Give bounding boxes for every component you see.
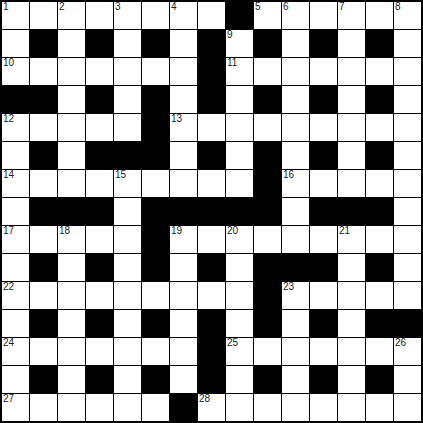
white-cell[interactable] <box>170 254 197 281</box>
clue-number: 12 <box>3 114 14 124</box>
white-cell[interactable]: 18 <box>58 226 85 253</box>
white-cell[interactable] <box>58 338 85 365</box>
clue-number: 22 <box>3 282 14 292</box>
white-cell[interactable] <box>366 226 393 253</box>
white-cell[interactable] <box>282 58 309 85</box>
black-cell <box>254 142 281 169</box>
clue-number: 1 <box>3 2 9 12</box>
white-cell[interactable] <box>338 114 365 141</box>
white-cell[interactable] <box>282 226 309 253</box>
black-cell <box>254 254 281 281</box>
white-cell[interactable] <box>198 2 225 29</box>
white-cell[interactable] <box>2 198 29 225</box>
white-cell[interactable] <box>142 58 169 85</box>
white-cell[interactable] <box>2 142 29 169</box>
black-cell <box>142 114 169 141</box>
white-cell[interactable] <box>198 114 225 141</box>
white-cell[interactable] <box>58 282 85 309</box>
white-cell[interactable]: 9 <box>226 30 253 57</box>
black-cell <box>282 254 309 281</box>
white-cell[interactable] <box>86 226 113 253</box>
black-cell <box>86 30 113 57</box>
black-cell <box>198 142 225 169</box>
clue-number: 28 <box>199 394 210 404</box>
black-cell <box>366 142 393 169</box>
black-cell <box>142 226 169 253</box>
white-cell[interactable]: 6 <box>282 2 309 29</box>
black-cell <box>142 198 169 225</box>
white-cell[interactable] <box>394 30 421 57</box>
black-cell <box>198 254 225 281</box>
white-cell[interactable] <box>170 86 197 113</box>
white-cell[interactable]: 7 <box>338 2 365 29</box>
black-cell <box>394 310 421 337</box>
black-cell <box>198 366 225 393</box>
white-cell[interactable] <box>338 282 365 309</box>
white-cell[interactable] <box>58 366 85 393</box>
white-cell[interactable] <box>142 170 169 197</box>
black-cell <box>170 198 197 225</box>
clue-number: 3 <box>115 2 121 12</box>
white-cell[interactable] <box>86 170 113 197</box>
black-cell <box>30 310 57 337</box>
white-cell[interactable] <box>114 30 141 57</box>
black-cell <box>198 86 225 113</box>
white-cell[interactable] <box>170 58 197 85</box>
clue-number: 7 <box>339 2 345 12</box>
white-cell[interactable]: 27 <box>2 394 29 421</box>
black-cell <box>226 2 253 29</box>
black-cell <box>30 30 57 57</box>
white-cell[interactable] <box>30 58 57 85</box>
white-cell[interactable] <box>30 226 57 253</box>
white-cell[interactable] <box>254 394 281 421</box>
black-cell <box>366 30 393 57</box>
black-cell <box>58 198 85 225</box>
white-cell[interactable] <box>282 338 309 365</box>
white-cell[interactable] <box>338 310 365 337</box>
white-cell[interactable] <box>86 394 113 421</box>
white-cell[interactable] <box>338 170 365 197</box>
white-cell[interactable] <box>86 2 113 29</box>
white-cell[interactable] <box>142 394 169 421</box>
black-cell <box>310 310 337 337</box>
white-cell[interactable]: 12 <box>2 114 29 141</box>
black-cell <box>142 366 169 393</box>
black-cell <box>366 198 393 225</box>
white-cell[interactable] <box>142 2 169 29</box>
black-cell <box>86 86 113 113</box>
white-cell[interactable] <box>198 226 225 253</box>
white-cell[interactable] <box>226 394 253 421</box>
white-cell[interactable] <box>30 2 57 29</box>
black-cell <box>366 254 393 281</box>
white-cell[interactable] <box>366 338 393 365</box>
black-cell <box>198 58 225 85</box>
white-cell[interactable] <box>114 114 141 141</box>
clue-number: 6 <box>283 2 289 12</box>
white-cell[interactable] <box>30 394 57 421</box>
clue-number: 10 <box>3 58 14 68</box>
black-cell <box>254 282 281 309</box>
clue-number: 20 <box>227 226 238 236</box>
black-cell <box>254 310 281 337</box>
black-cell <box>142 30 169 57</box>
white-cell[interactable] <box>310 170 337 197</box>
white-cell[interactable] <box>338 86 365 113</box>
white-cell[interactable] <box>58 86 85 113</box>
clue-number: 14 <box>3 170 14 180</box>
white-cell[interactable] <box>282 394 309 421</box>
black-cell <box>142 86 169 113</box>
white-cell[interactable]: 1 <box>2 2 29 29</box>
white-cell[interactable] <box>58 254 85 281</box>
clue-number: 4 <box>171 2 177 12</box>
clue-number: 13 <box>171 114 182 124</box>
black-cell <box>142 310 169 337</box>
white-cell[interactable] <box>338 338 365 365</box>
white-cell[interactable] <box>310 2 337 29</box>
white-cell[interactable]: 4 <box>170 2 197 29</box>
white-cell[interactable] <box>310 114 337 141</box>
white-cell[interactable] <box>170 142 197 169</box>
white-cell[interactable] <box>394 226 421 253</box>
black-cell <box>86 254 113 281</box>
white-cell[interactable] <box>30 282 57 309</box>
white-cell[interactable] <box>282 310 309 337</box>
black-cell <box>310 86 337 113</box>
white-cell[interactable] <box>58 394 85 421</box>
white-cell[interactable] <box>366 114 393 141</box>
black-cell <box>338 198 365 225</box>
white-cell[interactable]: 16 <box>282 170 309 197</box>
white-cell[interactable] <box>58 114 85 141</box>
white-cell[interactable]: 21 <box>338 226 365 253</box>
white-cell[interactable] <box>58 142 85 169</box>
black-cell <box>86 142 113 169</box>
black-cell <box>254 198 281 225</box>
white-cell[interactable] <box>338 394 365 421</box>
white-cell[interactable] <box>254 226 281 253</box>
white-cell[interactable] <box>170 310 197 337</box>
white-cell[interactable] <box>310 394 337 421</box>
white-cell[interactable] <box>310 338 337 365</box>
white-cell[interactable] <box>170 366 197 393</box>
white-cell[interactable] <box>226 86 253 113</box>
white-cell[interactable] <box>198 170 225 197</box>
white-cell[interactable] <box>394 170 421 197</box>
white-cell[interactable] <box>114 58 141 85</box>
white-cell[interactable] <box>282 30 309 57</box>
white-cell[interactable] <box>30 114 57 141</box>
white-cell[interactable] <box>338 30 365 57</box>
white-cell[interactable] <box>394 394 421 421</box>
clue-number: 16 <box>283 170 294 180</box>
white-cell[interactable] <box>30 170 57 197</box>
white-cell[interactable] <box>114 366 141 393</box>
white-cell[interactable] <box>170 282 197 309</box>
black-cell <box>366 310 393 337</box>
white-cell[interactable] <box>86 114 113 141</box>
white-cell[interactable] <box>2 30 29 57</box>
black-cell <box>170 394 197 421</box>
white-cell[interactable] <box>114 338 141 365</box>
black-cell <box>198 30 225 57</box>
black-cell <box>30 142 57 169</box>
white-cell[interactable] <box>170 170 197 197</box>
black-cell <box>86 366 113 393</box>
white-cell[interactable] <box>366 170 393 197</box>
black-cell <box>310 30 337 57</box>
white-cell[interactable] <box>2 366 29 393</box>
white-cell[interactable] <box>114 86 141 113</box>
white-cell[interactable] <box>114 282 141 309</box>
white-cell[interactable] <box>226 310 253 337</box>
white-cell[interactable] <box>282 366 309 393</box>
black-cell <box>310 142 337 169</box>
clue-number: 25 <box>227 338 238 348</box>
white-cell[interactable]: 15 <box>114 170 141 197</box>
black-cell <box>366 86 393 113</box>
white-cell[interactable]: 23 <box>282 282 309 309</box>
clue-number: 11 <box>227 58 237 68</box>
clue-number: 26 <box>395 338 406 348</box>
white-cell[interactable] <box>86 58 113 85</box>
white-cell[interactable] <box>114 254 141 281</box>
black-cell <box>310 198 337 225</box>
white-cell[interactable]: 11 <box>226 58 253 85</box>
black-cell <box>142 254 169 281</box>
clue-number: 18 <box>59 226 70 236</box>
white-cell[interactable]: 20 <box>226 226 253 253</box>
black-cell <box>254 30 281 57</box>
white-cell[interactable] <box>114 198 141 225</box>
white-cell[interactable] <box>282 114 309 141</box>
black-cell <box>254 366 281 393</box>
white-cell[interactable] <box>114 394 141 421</box>
black-cell <box>198 338 225 365</box>
white-cell[interactable] <box>254 58 281 85</box>
white-cell[interactable] <box>2 310 29 337</box>
clue-number: 23 <box>283 282 294 292</box>
white-cell[interactable] <box>282 198 309 225</box>
black-cell <box>30 366 57 393</box>
black-cell <box>2 86 29 113</box>
black-cell <box>30 86 57 113</box>
white-cell[interactable] <box>310 282 337 309</box>
white-cell[interactable] <box>366 58 393 85</box>
white-cell[interactable] <box>58 170 85 197</box>
white-cell[interactable] <box>170 30 197 57</box>
white-cell[interactable] <box>282 86 309 113</box>
white-cell[interactable] <box>394 366 421 393</box>
white-cell[interactable] <box>58 58 85 85</box>
white-cell[interactable] <box>366 394 393 421</box>
white-cell[interactable] <box>310 226 337 253</box>
black-cell <box>310 366 337 393</box>
white-cell[interactable] <box>282 142 309 169</box>
white-cell[interactable]: 2 <box>58 2 85 29</box>
white-cell[interactable] <box>226 142 253 169</box>
white-cell[interactable] <box>394 254 421 281</box>
black-cell <box>226 198 253 225</box>
white-cell[interactable] <box>394 114 421 141</box>
white-cell[interactable] <box>30 338 57 365</box>
white-cell[interactable]: 24 <box>2 338 29 365</box>
white-cell[interactable]: 22 <box>2 282 29 309</box>
white-cell[interactable]: 17 <box>2 226 29 253</box>
white-cell[interactable] <box>394 86 421 113</box>
white-cell[interactable] <box>142 282 169 309</box>
white-cell[interactable] <box>254 114 281 141</box>
clue-number: 21 <box>339 226 350 236</box>
clue-number: 24 <box>3 338 14 348</box>
white-cell[interactable]: 13 <box>170 114 197 141</box>
white-cell[interactable]: 19 <box>170 226 197 253</box>
white-cell[interactable]: 14 <box>2 170 29 197</box>
clue-number: 9 <box>227 30 233 40</box>
white-cell[interactable] <box>338 142 365 169</box>
white-cell[interactable] <box>226 254 253 281</box>
white-cell[interactable] <box>142 338 169 365</box>
white-cell[interactable] <box>338 58 365 85</box>
white-cell[interactable] <box>366 2 393 29</box>
white-cell[interactable] <box>338 254 365 281</box>
crossword-grid: 1234567891011121314151617181920212223242… <box>0 0 423 423</box>
white-cell[interactable] <box>394 282 421 309</box>
white-cell[interactable] <box>58 310 85 337</box>
white-cell[interactable] <box>394 142 421 169</box>
white-cell[interactable]: 10 <box>2 58 29 85</box>
white-cell[interactable] <box>86 282 113 309</box>
black-cell <box>366 366 393 393</box>
white-cell[interactable] <box>394 58 421 85</box>
black-cell <box>198 198 225 225</box>
white-cell[interactable]: 28 <box>198 394 225 421</box>
black-cell <box>86 198 113 225</box>
white-cell[interactable] <box>254 338 281 365</box>
white-cell[interactable] <box>226 366 253 393</box>
white-cell[interactable] <box>198 282 225 309</box>
clue-number: 8 <box>395 2 401 12</box>
clue-number: 5 <box>255 2 261 12</box>
white-cell[interactable] <box>226 170 253 197</box>
black-cell <box>86 310 113 337</box>
white-cell[interactable] <box>394 198 421 225</box>
white-cell[interactable] <box>226 282 253 309</box>
white-cell[interactable]: 8 <box>394 2 421 29</box>
black-cell <box>198 310 225 337</box>
white-cell[interactable]: 3 <box>114 2 141 29</box>
white-cell[interactable] <box>114 226 141 253</box>
black-cell <box>30 254 57 281</box>
white-cell[interactable]: 26 <box>394 338 421 365</box>
white-cell[interactable] <box>58 30 85 57</box>
white-cell[interactable] <box>86 338 113 365</box>
white-cell[interactable] <box>366 282 393 309</box>
white-cell[interactable] <box>2 254 29 281</box>
black-cell <box>114 142 141 169</box>
clue-number: 19 <box>171 226 182 236</box>
black-cell <box>30 198 57 225</box>
black-cell <box>310 254 337 281</box>
white-cell[interactable] <box>338 366 365 393</box>
clue-number: 27 <box>3 394 14 404</box>
white-cell[interactable] <box>170 338 197 365</box>
white-cell[interactable]: 25 <box>226 338 253 365</box>
black-cell <box>254 170 281 197</box>
clue-number: 15 <box>115 170 126 180</box>
clue-number: 17 <box>3 226 14 236</box>
black-cell <box>254 86 281 113</box>
clue-number: 2 <box>59 2 65 12</box>
white-cell[interactable]: 5 <box>254 2 281 29</box>
white-cell[interactable] <box>114 310 141 337</box>
white-cell[interactable] <box>310 58 337 85</box>
white-cell[interactable] <box>226 114 253 141</box>
black-cell <box>142 142 169 169</box>
